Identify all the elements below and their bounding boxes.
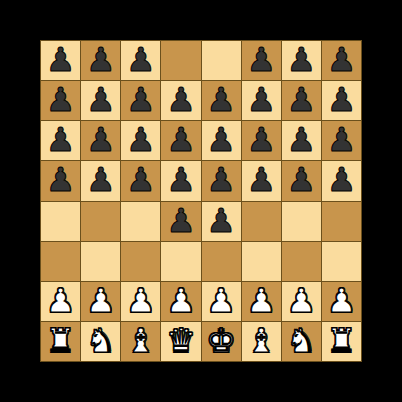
square-a2[interactable]: ♟ xyxy=(41,282,80,321)
square-d2[interactable]: ♟ xyxy=(161,282,200,321)
black-pawn: ♟ xyxy=(287,43,317,76)
black-pawn: ♟ xyxy=(126,43,156,76)
square-b6[interactable]: ♟ xyxy=(81,121,120,160)
square-d5[interactable]: ♟ xyxy=(161,161,200,200)
square-g1[interactable]: ♞ xyxy=(282,322,321,361)
white-pawn: ♟ xyxy=(86,284,116,317)
square-f2[interactable]: ♟ xyxy=(242,282,281,321)
black-pawn: ♟ xyxy=(206,163,236,196)
square-b3[interactable] xyxy=(81,242,120,281)
square-h7[interactable]: ♟ xyxy=(322,81,361,120)
square-d8[interactable] xyxy=(161,41,200,80)
white-knight: ♞ xyxy=(287,324,317,357)
square-h1[interactable]: ♜ xyxy=(322,322,361,361)
square-e7[interactable]: ♟ xyxy=(202,81,241,120)
square-c8[interactable]: ♟ xyxy=(121,41,160,80)
white-pawn: ♟ xyxy=(287,284,317,317)
black-pawn: ♟ xyxy=(166,83,196,116)
square-h5[interactable]: ♟ xyxy=(322,161,361,200)
square-e1[interactable]: ♚ xyxy=(202,322,241,361)
black-pawn: ♟ xyxy=(126,123,156,156)
square-f4[interactable] xyxy=(242,202,281,241)
white-pawn: ♟ xyxy=(246,284,276,317)
black-pawn: ♟ xyxy=(166,204,196,237)
square-e8[interactable] xyxy=(202,41,241,80)
black-pawn: ♟ xyxy=(126,163,156,196)
square-a6[interactable]: ♟ xyxy=(41,121,80,160)
square-c3[interactable] xyxy=(121,242,160,281)
black-pawn: ♟ xyxy=(46,83,76,116)
black-pawn: ♟ xyxy=(246,43,276,76)
black-pawn: ♟ xyxy=(126,83,156,116)
square-h4[interactable] xyxy=(322,202,361,241)
white-pawn: ♟ xyxy=(327,284,357,317)
white-rook: ♜ xyxy=(327,324,357,357)
square-b1[interactable]: ♞ xyxy=(81,322,120,361)
black-pawn: ♟ xyxy=(46,123,76,156)
square-d3[interactable] xyxy=(161,242,200,281)
square-c7[interactable]: ♟ xyxy=(121,81,160,120)
square-a1[interactable]: ♜ xyxy=(41,322,80,361)
black-pawn: ♟ xyxy=(246,83,276,116)
white-pawn: ♟ xyxy=(206,284,236,317)
black-pawn: ♟ xyxy=(287,123,317,156)
white-king: ♚ xyxy=(206,324,236,357)
square-e3[interactable] xyxy=(202,242,241,281)
square-g6[interactable]: ♟ xyxy=(282,121,321,160)
black-pawn: ♟ xyxy=(327,163,357,196)
square-d6[interactable]: ♟ xyxy=(161,121,200,160)
square-f7[interactable]: ♟ xyxy=(242,81,281,120)
square-g8[interactable]: ♟ xyxy=(282,41,321,80)
background: ♟♟♟♟♟♟♟♟♟♟♟♟♟♟♟♟♟♟♟♟♟♟♟♟♟♟♟♟♟♟♟♟♟♟♟♟♟♟♟♟… xyxy=(0,0,402,402)
square-c5[interactable]: ♟ xyxy=(121,161,160,200)
square-g7[interactable]: ♟ xyxy=(282,81,321,120)
square-h6[interactable]: ♟ xyxy=(322,121,361,160)
square-c2[interactable]: ♟ xyxy=(121,282,160,321)
square-a8[interactable]: ♟ xyxy=(41,41,80,80)
black-pawn: ♟ xyxy=(166,163,196,196)
square-d7[interactable]: ♟ xyxy=(161,81,200,120)
square-b8[interactable]: ♟ xyxy=(81,41,120,80)
white-bishop: ♝ xyxy=(246,324,276,357)
square-h8[interactable]: ♟ xyxy=(322,41,361,80)
black-pawn: ♟ xyxy=(86,83,116,116)
black-pawn: ♟ xyxy=(46,163,76,196)
black-pawn: ♟ xyxy=(287,163,317,196)
square-f5[interactable]: ♟ xyxy=(242,161,281,200)
square-e5[interactable]: ♟ xyxy=(202,161,241,200)
square-c4[interactable] xyxy=(121,202,160,241)
black-pawn: ♟ xyxy=(166,123,196,156)
white-pawn: ♟ xyxy=(46,284,76,317)
square-b4[interactable] xyxy=(81,202,120,241)
square-e6[interactable]: ♟ xyxy=(202,121,241,160)
white-pawn: ♟ xyxy=(126,284,156,317)
square-f1[interactable]: ♝ xyxy=(242,322,281,361)
black-pawn: ♟ xyxy=(287,83,317,116)
black-pawn: ♟ xyxy=(206,123,236,156)
square-a3[interactable] xyxy=(41,242,80,281)
square-f8[interactable]: ♟ xyxy=(242,41,281,80)
square-b7[interactable]: ♟ xyxy=(81,81,120,120)
square-e4[interactable]: ♟ xyxy=(202,202,241,241)
white-pawn: ♟ xyxy=(166,284,196,317)
square-a7[interactable]: ♟ xyxy=(41,81,80,120)
square-h3[interactable] xyxy=(322,242,361,281)
square-c1[interactable]: ♝ xyxy=(121,322,160,361)
black-pawn: ♟ xyxy=(246,163,276,196)
black-pawn: ♟ xyxy=(327,83,357,116)
white-queen: ♛ xyxy=(166,324,196,357)
square-f6[interactable]: ♟ xyxy=(242,121,281,160)
square-a4[interactable] xyxy=(41,202,80,241)
square-f3[interactable] xyxy=(242,242,281,281)
square-e2[interactable]: ♟ xyxy=(202,282,241,321)
square-d4[interactable]: ♟ xyxy=(161,202,200,241)
square-c6[interactable]: ♟ xyxy=(121,121,160,160)
black-pawn: ♟ xyxy=(206,204,236,237)
black-pawn: ♟ xyxy=(86,43,116,76)
square-g4[interactable] xyxy=(282,202,321,241)
white-knight: ♞ xyxy=(86,324,116,357)
white-bishop: ♝ xyxy=(126,324,156,357)
chess-board: ♟♟♟♟♟♟♟♟♟♟♟♟♟♟♟♟♟♟♟♟♟♟♟♟♟♟♟♟♟♟♟♟♟♟♟♟♟♟♟♟… xyxy=(40,40,362,362)
square-a5[interactable]: ♟ xyxy=(41,161,80,200)
black-pawn: ♟ xyxy=(86,163,116,196)
black-pawn: ♟ xyxy=(46,43,76,76)
black-pawn: ♟ xyxy=(327,43,357,76)
black-pawn: ♟ xyxy=(86,123,116,156)
square-b5[interactable]: ♟ xyxy=(81,161,120,200)
white-rook: ♜ xyxy=(46,324,76,357)
black-pawn: ♟ xyxy=(246,123,276,156)
square-g3[interactable] xyxy=(282,242,321,281)
square-g5[interactable]: ♟ xyxy=(282,161,321,200)
square-b2[interactable]: ♟ xyxy=(81,282,120,321)
black-pawn: ♟ xyxy=(327,123,357,156)
square-g2[interactable]: ♟ xyxy=(282,282,321,321)
square-h2[interactable]: ♟ xyxy=(322,282,361,321)
black-pawn: ♟ xyxy=(206,83,236,116)
square-d1[interactable]: ♛ xyxy=(161,322,200,361)
